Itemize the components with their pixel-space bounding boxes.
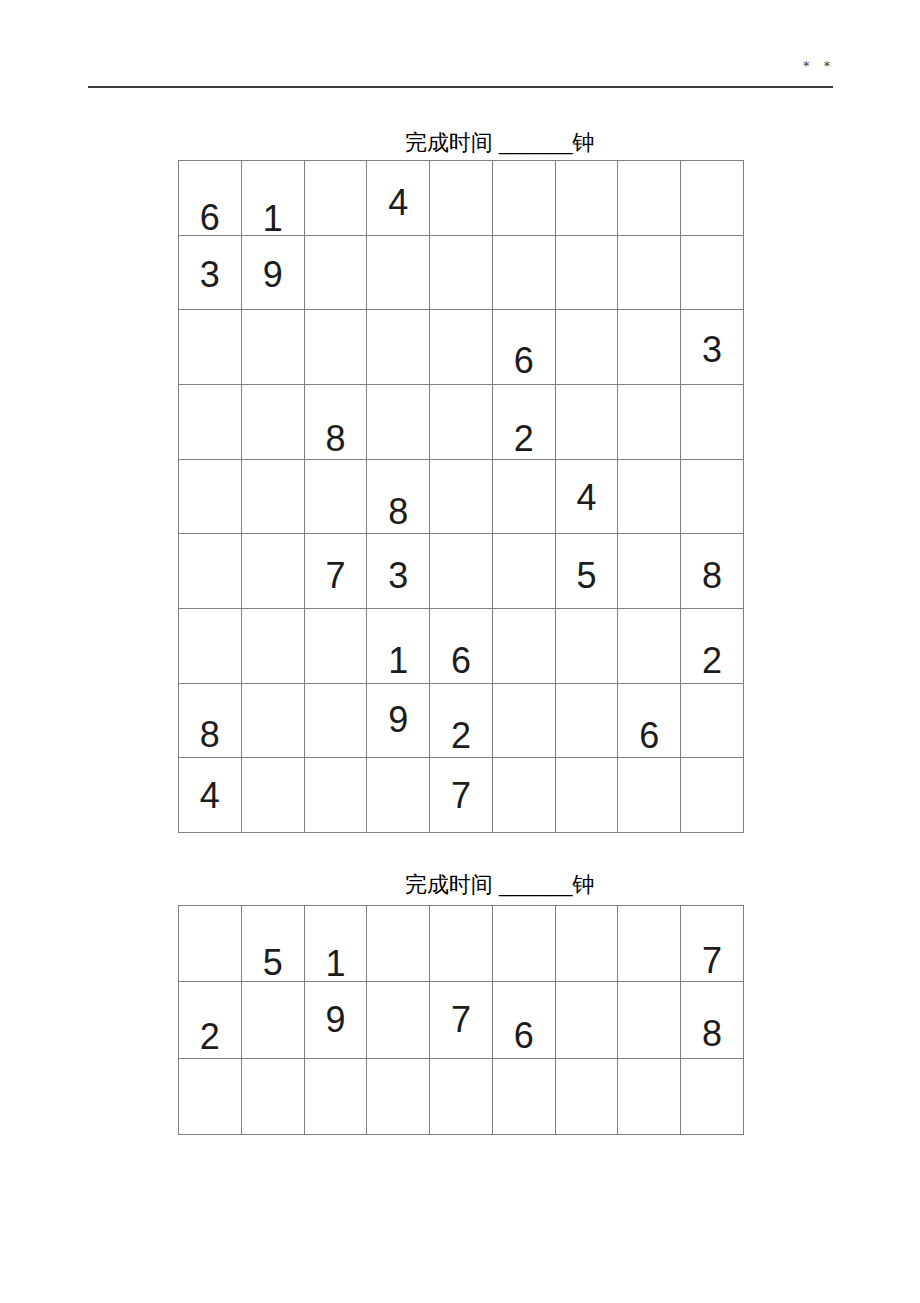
sudoku-cell-r6c8[interactable] (618, 534, 681, 609)
sudoku-cell-r2c4[interactable] (367, 982, 430, 1058)
sudoku-cell-r2c7[interactable] (556, 236, 619, 311)
sudoku-cell-r6c2[interactable] (242, 534, 305, 609)
sudoku-cell-r2c3[interactable] (305, 236, 368, 311)
sudoku-grid-1[interactable]: 614396382847358162892647 (178, 160, 744, 833)
sudoku-cell-r5c4[interactable]: 8 (367, 460, 430, 535)
sudoku-cell-r3c3[interactable] (305, 1059, 368, 1135)
given-digit: 2 (451, 718, 471, 754)
sudoku-cell-r5c1[interactable] (179, 460, 242, 535)
given-digit: 6 (514, 1018, 534, 1054)
sudoku-cell-r2c1[interactable]: 3 (179, 236, 242, 311)
sudoku-cell-r7c5[interactable]: 6 (430, 609, 493, 684)
sudoku-cell-r1c8[interactable] (618, 161, 681, 236)
document-page: * * 完成时间 ______钟 61439638284735816289264… (0, 0, 920, 1303)
sudoku-cell-r3c5[interactable] (430, 310, 493, 385)
sudoku-cell-r4c1[interactable] (179, 385, 242, 460)
sudoku-cell-r8c6[interactable] (493, 684, 556, 759)
sudoku-cell-r2c4[interactable] (367, 236, 430, 311)
sudoku-cell-r4c2[interactable] (242, 385, 305, 460)
sudoku-cell-r8c5[interactable]: 2 (430, 684, 493, 759)
given-digit: 7 (451, 778, 471, 814)
given-digit: 5 (263, 945, 283, 981)
sudoku-cell-r4c3[interactable]: 8 (305, 385, 368, 460)
sudoku-cell-r5c7[interactable]: 4 (556, 460, 619, 535)
sudoku-cell-r9c4[interactable] (367, 758, 430, 833)
sudoku-grid-2[interactable]: 51729768 (178, 905, 744, 1135)
sudoku-cell-r6c9[interactable]: 8 (681, 534, 744, 609)
given-digit: 4 (577, 480, 597, 516)
sudoku-cell-r2c9[interactable]: 8 (681, 982, 744, 1058)
sudoku-cell-r6c6[interactable] (493, 534, 556, 609)
sudoku-cell-r3c7[interactable] (556, 1059, 619, 1135)
sudoku-cell-r4c7[interactable] (556, 385, 619, 460)
given-digit: 2 (200, 1019, 220, 1055)
sudoku-cell-r7c4[interactable]: 1 (367, 609, 430, 684)
sudoku-cell-r5c3[interactable] (305, 460, 368, 535)
sudoku-cell-r5c6[interactable] (493, 460, 556, 535)
sudoku-cell-r8c2[interactable] (242, 684, 305, 759)
sudoku-cell-r2c6[interactable] (493, 236, 556, 311)
sudoku-cell-r7c9[interactable]: 2 (681, 609, 744, 684)
sudoku-cell-r9c6[interactable] (493, 758, 556, 833)
sudoku-cell-r7c6[interactable] (493, 609, 556, 684)
corner-marks: * * (803, 58, 835, 73)
sudoku-cell-r7c7[interactable] (556, 609, 619, 684)
given-digit: 8 (702, 558, 722, 594)
sudoku-cell-r1c4[interactable] (367, 906, 430, 982)
sudoku-cell-r3c4[interactable] (367, 310, 430, 385)
sudoku-cell-r4c6[interactable]: 2 (493, 385, 556, 460)
sudoku-cell-r2c9[interactable] (681, 236, 744, 311)
sudoku-cell-r3c6[interactable] (493, 1059, 556, 1135)
given-digit: 8 (388, 494, 408, 530)
sudoku-cell-r7c8[interactable] (618, 609, 681, 684)
sudoku-cell-r6c4[interactable]: 3 (367, 534, 430, 609)
sudoku-cell-r1c3[interactable] (305, 161, 368, 236)
sudoku-cell-r9c9[interactable] (681, 758, 744, 833)
given-digit: 7 (702, 943, 722, 979)
given-digit: 3 (702, 332, 722, 368)
sudoku-cell-r6c1[interactable] (179, 534, 242, 609)
puzzle2-title: 完成时间 ______钟 (405, 873, 595, 897)
given-digit: 9 (263, 257, 283, 293)
sudoku-cell-r2c3[interactable]: 9 (305, 982, 368, 1058)
sudoku-cell-r1c5[interactable] (430, 906, 493, 982)
sudoku-cell-r1c1[interactable]: 6 (179, 161, 242, 236)
sudoku-cell-r6c7[interactable]: 5 (556, 534, 619, 609)
sudoku-cell-r3c1[interactable] (179, 310, 242, 385)
sudoku-cell-r5c5[interactable] (430, 460, 493, 535)
sudoku-cell-r1c9[interactable] (681, 161, 744, 236)
sudoku-cell-r9c2[interactable] (242, 758, 305, 833)
given-digit: 8 (325, 421, 345, 457)
sudoku-cell-r1c9[interactable]: 7 (681, 906, 744, 982)
sudoku-cell-r5c9[interactable] (681, 460, 744, 535)
sudoku-cell-r1c8[interactable] (618, 906, 681, 982)
sudoku-cell-r9c8[interactable] (618, 758, 681, 833)
sudoku-cell-r2c7[interactable] (556, 982, 619, 1058)
sudoku-cell-r9c1[interactable]: 4 (179, 758, 242, 833)
sudoku-cell-r5c8[interactable] (618, 460, 681, 535)
given-digit: 9 (388, 702, 408, 738)
sudoku-cell-r1c6[interactable] (493, 161, 556, 236)
given-digit: 6 (200, 200, 220, 236)
sudoku-cell-r3c5[interactable] (430, 1059, 493, 1135)
given-digit: 6 (451, 643, 471, 679)
sudoku-cell-r4c8[interactable] (618, 385, 681, 460)
given-digit: 3 (200, 257, 220, 293)
given-digit: 5 (577, 558, 597, 594)
given-digit: 1 (388, 643, 408, 679)
given-digit: 6 (639, 718, 659, 754)
sudoku-cell-r2c5[interactable] (430, 236, 493, 311)
given-digit: 1 (263, 201, 283, 237)
given-digit: 9 (325, 1002, 345, 1038)
sudoku-cell-r6c5[interactable] (430, 534, 493, 609)
sudoku-cell-r2c6[interactable]: 6 (493, 982, 556, 1058)
sudoku-cell-r1c1[interactable] (179, 906, 242, 982)
header-rule (88, 86, 833, 88)
given-digit: 7 (325, 558, 345, 594)
given-digit: 4 (200, 778, 220, 814)
given-digit: 7 (451, 1002, 471, 1038)
sudoku-cell-r3c8[interactable] (618, 1059, 681, 1135)
sudoku-cell-r3c2[interactable] (242, 1059, 305, 1135)
sudoku-cell-r4c4[interactable] (367, 385, 430, 460)
sudoku-cell-r6c3[interactable]: 7 (305, 534, 368, 609)
given-digit: 1 (325, 946, 345, 982)
puzzle1-title: 完成时间 ______钟 (405, 131, 595, 155)
sudoku-cell-r7c3[interactable] (305, 609, 368, 684)
given-digit: 3 (388, 558, 408, 594)
given-digit: 2 (702, 643, 722, 679)
sudoku-cell-r4c5[interactable] (430, 385, 493, 460)
sudoku-cell-r1c2[interactable]: 1 (242, 161, 305, 236)
sudoku-cell-r8c7[interactable] (556, 684, 619, 759)
sudoku-cell-r9c3[interactable] (305, 758, 368, 833)
sudoku-cell-r8c3[interactable] (305, 684, 368, 759)
sudoku-cell-r8c4[interactable]: 9 (367, 684, 430, 759)
sudoku-cell-r3c6[interactable]: 6 (493, 310, 556, 385)
sudoku-cell-r3c8[interactable] (618, 310, 681, 385)
sudoku-cell-r1c4[interactable]: 4 (367, 161, 430, 236)
sudoku-cell-r3c1[interactable] (179, 1059, 242, 1135)
given-digit: 8 (200, 717, 220, 753)
sudoku-cell-r7c1[interactable] (179, 609, 242, 684)
sudoku-cell-r3c4[interactable] (367, 1059, 430, 1135)
sudoku-cell-r2c1[interactable]: 2 (179, 982, 242, 1058)
sudoku-cell-r3c7[interactable] (556, 310, 619, 385)
sudoku-cell-r1c6[interactable] (493, 906, 556, 982)
sudoku-cell-r2c2[interactable] (242, 982, 305, 1058)
given-digit: 2 (514, 421, 534, 457)
sudoku-cell-r7c2[interactable] (242, 609, 305, 684)
sudoku-cell-r3c9[interactable] (681, 1059, 744, 1135)
sudoku-cell-r9c7[interactable] (556, 758, 619, 833)
sudoku-cell-r3c3[interactable] (305, 310, 368, 385)
sudoku-cell-r9c5[interactable]: 7 (430, 758, 493, 833)
sudoku-cell-r1c2[interactable]: 5 (242, 906, 305, 982)
sudoku-cell-r1c5[interactable] (430, 161, 493, 236)
given-digit: 4 (388, 185, 408, 221)
sudoku-cell-r8c1[interactable]: 8 (179, 684, 242, 759)
sudoku-cell-r2c8[interactable] (618, 236, 681, 311)
sudoku-cell-r1c3[interactable]: 1 (305, 906, 368, 982)
sudoku-cell-r2c8[interactable] (618, 982, 681, 1058)
sudoku-cell-r5c2[interactable] (242, 460, 305, 535)
given-digit: 6 (514, 343, 534, 379)
given-digit: 8 (702, 1016, 722, 1052)
sudoku-cell-r2c2[interactable]: 9 (242, 236, 305, 311)
sudoku-cell-r1c7[interactable] (556, 161, 619, 236)
sudoku-cell-r3c2[interactable] (242, 310, 305, 385)
sudoku-cell-r8c8[interactable]: 6 (618, 684, 681, 759)
sudoku-cell-r3c9[interactable]: 3 (681, 310, 744, 385)
sudoku-cell-r2c5[interactable]: 7 (430, 982, 493, 1058)
sudoku-cell-r8c9[interactable] (681, 684, 744, 759)
sudoku-cell-r4c9[interactable] (681, 385, 744, 460)
sudoku-cell-r1c7[interactable] (556, 906, 619, 982)
